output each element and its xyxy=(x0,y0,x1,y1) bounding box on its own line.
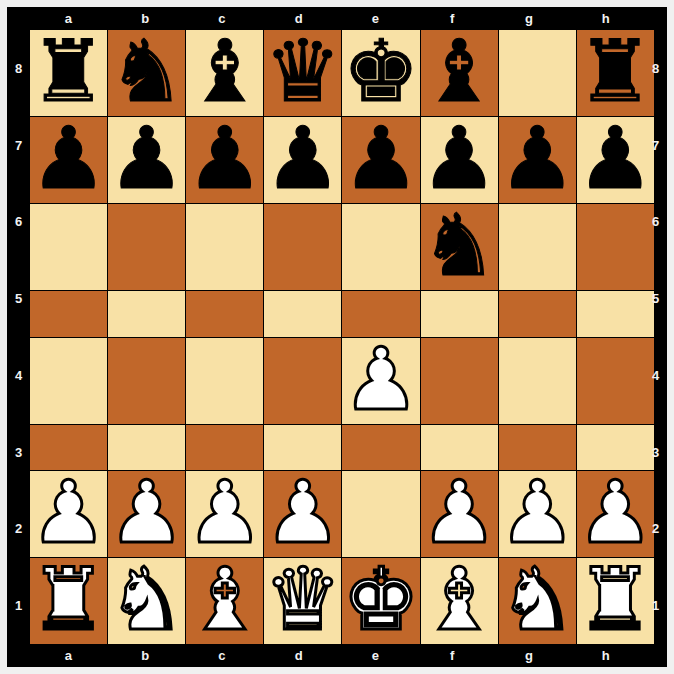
white-knight[interactable]: ♞ xyxy=(499,556,576,642)
square-a4[interactable] xyxy=(30,338,107,424)
square-c5[interactable] xyxy=(186,291,263,337)
square-e4[interactable]: ♟ xyxy=(342,338,419,424)
rank-label-5: 5 xyxy=(644,260,667,337)
square-g7[interactable]: ♟ xyxy=(499,117,576,203)
white-rook[interactable]: ♜ xyxy=(577,556,654,642)
black-pawn[interactable]: ♟ xyxy=(342,115,419,201)
square-h2[interactable]: ♟ xyxy=(577,471,654,557)
black-pawn[interactable]: ♟ xyxy=(421,115,498,201)
white-pawn[interactable]: ♟ xyxy=(186,469,263,555)
white-pawn[interactable]: ♟ xyxy=(577,469,654,555)
square-b7[interactable]: ♟ xyxy=(108,117,185,203)
white-knight[interactable]: ♞ xyxy=(108,556,185,642)
board-frame: abcdefgh 87654321 ♜♞♝♛♚♝♜♟♟♟♟♟♟♟♟♞♟♟♟♟♟♟… xyxy=(7,7,667,667)
white-pawn[interactable]: ♟ xyxy=(108,469,185,555)
square-c6[interactable] xyxy=(186,204,263,290)
square-f6[interactable]: ♞ xyxy=(421,204,498,290)
square-c7[interactable]: ♟ xyxy=(186,117,263,203)
black-bishop[interactable]: ♝ xyxy=(186,28,263,114)
square-c2[interactable]: ♟ xyxy=(186,471,263,557)
frame-corner xyxy=(7,7,30,30)
square-d4[interactable] xyxy=(264,338,341,424)
rank-label-7: 7 xyxy=(7,107,30,184)
square-d2[interactable]: ♟ xyxy=(264,471,341,557)
frame-corner xyxy=(7,644,30,667)
square-g8[interactable] xyxy=(499,30,576,116)
square-f7[interactable]: ♟ xyxy=(421,117,498,203)
square-d6[interactable] xyxy=(264,204,341,290)
square-c1[interactable]: ♝ xyxy=(186,558,263,644)
black-pawn[interactable]: ♟ xyxy=(30,115,107,201)
black-rook[interactable]: ♜ xyxy=(577,28,654,114)
white-pawn[interactable]: ♟ xyxy=(30,469,107,555)
square-e2[interactable] xyxy=(342,471,419,557)
black-rook[interactable]: ♜ xyxy=(30,28,107,114)
square-e7[interactable]: ♟ xyxy=(342,117,419,203)
square-b4[interactable] xyxy=(108,338,185,424)
square-a2[interactable]: ♟ xyxy=(30,471,107,557)
white-bishop[interactable]: ♝ xyxy=(421,556,498,642)
white-rook[interactable]: ♜ xyxy=(30,556,107,642)
white-king[interactable]: ♚ xyxy=(342,556,419,642)
white-pawn[interactable]: ♟ xyxy=(499,469,576,555)
square-g6[interactable] xyxy=(499,204,576,290)
black-pawn[interactable]: ♟ xyxy=(577,115,654,201)
white-queen[interactable]: ♛ xyxy=(264,556,341,642)
rank-label-1: 1 xyxy=(7,567,30,644)
square-a1[interactable]: ♜ xyxy=(30,558,107,644)
square-f8[interactable]: ♝ xyxy=(421,30,498,116)
rank-label-4: 4 xyxy=(644,337,667,414)
square-h5[interactable] xyxy=(577,291,654,337)
black-bishop[interactable]: ♝ xyxy=(421,28,498,114)
square-g2[interactable]: ♟ xyxy=(499,471,576,557)
square-b5[interactable] xyxy=(108,291,185,337)
black-knight[interactable]: ♞ xyxy=(421,202,498,288)
square-f4[interactable] xyxy=(421,338,498,424)
rank-label-6: 6 xyxy=(7,184,30,261)
rank-label-8: 8 xyxy=(7,30,30,107)
square-b6[interactable] xyxy=(108,204,185,290)
rank-label-2: 2 xyxy=(7,491,30,568)
white-bishop[interactable]: ♝ xyxy=(186,556,263,642)
square-e3[interactable] xyxy=(342,425,419,471)
square-h6[interactable] xyxy=(577,204,654,290)
black-pawn[interactable]: ♟ xyxy=(186,115,263,201)
chess-app: abcdefgh 87654321 ♜♞♝♛♚♝♜♟♟♟♟♟♟♟♟♞♟♟♟♟♟♟… xyxy=(0,0,674,674)
square-g4[interactable] xyxy=(499,338,576,424)
square-d8[interactable]: ♛ xyxy=(264,30,341,116)
square-f1[interactable]: ♝ xyxy=(421,558,498,644)
rank-label-4: 4 xyxy=(7,337,30,414)
square-h4[interactable] xyxy=(577,338,654,424)
square-b1[interactable]: ♞ xyxy=(108,558,185,644)
square-a8[interactable]: ♜ xyxy=(30,30,107,116)
square-h1[interactable]: ♜ xyxy=(577,558,654,644)
square-a7[interactable]: ♟ xyxy=(30,117,107,203)
square-b8[interactable]: ♞ xyxy=(108,30,185,116)
rank-labels-left: 87654321 xyxy=(7,30,30,644)
file-label-g: g xyxy=(491,7,568,30)
square-c4[interactable] xyxy=(186,338,263,424)
square-a5[interactable] xyxy=(30,291,107,337)
square-d1[interactable]: ♛ xyxy=(264,558,341,644)
black-pawn[interactable]: ♟ xyxy=(264,115,341,201)
square-e1[interactable]: ♚ xyxy=(342,558,419,644)
white-pawn[interactable]: ♟ xyxy=(421,469,498,555)
square-e8[interactable]: ♚ xyxy=(342,30,419,116)
rank-label-3: 3 xyxy=(7,414,30,491)
square-g5[interactable] xyxy=(499,291,576,337)
square-d5[interactable] xyxy=(264,291,341,337)
square-a6[interactable] xyxy=(30,204,107,290)
chess-board: ♜♞♝♛♚♝♜♟♟♟♟♟♟♟♟♞♟♟♟♟♟♟♟♟♜♞♝♛♚♝♞♜ xyxy=(30,30,644,644)
black-queen[interactable]: ♛ xyxy=(264,28,341,114)
square-f5[interactable] xyxy=(421,291,498,337)
square-b2[interactable]: ♟ xyxy=(108,471,185,557)
black-king[interactable]: ♚ xyxy=(342,28,419,114)
square-h8[interactable]: ♜ xyxy=(577,30,654,116)
square-d7[interactable]: ♟ xyxy=(264,117,341,203)
white-pawn[interactable]: ♟ xyxy=(342,336,419,422)
square-f2[interactable]: ♟ xyxy=(421,471,498,557)
square-c8[interactable]: ♝ xyxy=(186,30,263,116)
black-pawn[interactable]: ♟ xyxy=(108,115,185,201)
square-g1[interactable]: ♞ xyxy=(499,558,576,644)
black-knight[interactable]: ♞ xyxy=(108,28,185,114)
black-pawn[interactable]: ♟ xyxy=(499,115,576,201)
square-h7[interactable]: ♟ xyxy=(577,117,654,203)
rank-label-5: 5 xyxy=(7,260,30,337)
white-pawn[interactable]: ♟ xyxy=(264,469,341,555)
square-e6[interactable] xyxy=(342,204,419,290)
